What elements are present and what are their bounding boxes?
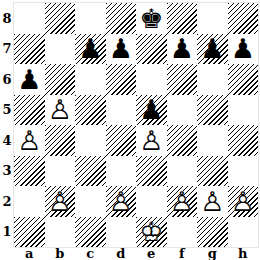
white-piece-outline: ♙ — [106, 186, 137, 217]
white-pawn[interactable]: ♟♙ — [136, 125, 167, 156]
chess-diagram: 87654321 ♚♟♟♟♟♟♟♟♙♟♟♙♟♙♟♙♟♙♟♙♟♙♟♙♚♔ abcd… — [0, 0, 260, 260]
square-c2[interactable] — [75, 186, 106, 217]
black-piece-glyph: ♟ — [136, 95, 167, 126]
square-a7[interactable] — [14, 34, 45, 65]
square-f7[interactable]: ♟ — [167, 34, 198, 65]
square-d3[interactable] — [106, 156, 137, 187]
black-piece-glyph: ♚ — [136, 3, 167, 34]
rank-labels: 87654321 — [0, 3, 14, 247]
square-e6[interactable] — [136, 64, 167, 95]
black-pawn[interactable]: ♟ — [197, 34, 228, 65]
square-b5[interactable]: ♟♙ — [45, 95, 76, 126]
square-c6[interactable] — [75, 64, 106, 95]
black-piece-glyph: ♟ — [106, 34, 137, 65]
chess-board: ♚♟♟♟♟♟♟♟♙♟♟♙♟♙♟♙♟♙♟♙♟♙♟♙♚♔ — [14, 3, 258, 247]
white-piece-outline: ♙ — [45, 186, 76, 217]
rank-label-8: 8 — [0, 3, 14, 34]
rank-label-5: 5 — [0, 95, 14, 126]
square-c7[interactable]: ♟ — [75, 34, 106, 65]
square-c5[interactable] — [75, 95, 106, 126]
square-f3[interactable] — [167, 156, 198, 187]
black-piece-glyph: ♟ — [197, 34, 228, 65]
file-label-h: h — [228, 246, 259, 260]
black-piece-glyph: ♟ — [14, 64, 45, 95]
white-piece-outline: ♙ — [167, 186, 198, 217]
rank-label-4: 4 — [0, 125, 14, 156]
white-pawn[interactable]: ♟♙ — [106, 186, 137, 217]
square-c4[interactable] — [75, 125, 106, 156]
black-pawn[interactable]: ♟ — [106, 34, 137, 65]
white-pawn[interactable]: ♟♙ — [167, 186, 198, 217]
square-g1[interactable] — [197, 217, 228, 248]
square-h3[interactable] — [228, 156, 259, 187]
square-e3[interactable] — [136, 156, 167, 187]
square-b4[interactable] — [45, 125, 76, 156]
square-h7[interactable]: ♟ — [228, 34, 259, 65]
square-b1[interactable] — [45, 217, 76, 248]
square-c3[interactable] — [75, 156, 106, 187]
black-pawn[interactable]: ♟ — [136, 95, 167, 126]
square-g3[interactable] — [197, 156, 228, 187]
white-pawn[interactable]: ♟♙ — [228, 186, 259, 217]
square-d5[interactable] — [106, 95, 137, 126]
square-d7[interactable]: ♟ — [106, 34, 137, 65]
white-piece-outline: ♙ — [14, 125, 45, 156]
rank-label-7: 7 — [0, 34, 14, 65]
square-g4[interactable] — [197, 125, 228, 156]
square-h5[interactable] — [228, 95, 259, 126]
square-f5[interactable] — [167, 95, 198, 126]
black-piece-glyph: ♟ — [167, 34, 198, 65]
black-piece-glyph: ♟ — [228, 34, 259, 65]
square-e1[interactable]: ♚♔ — [136, 217, 167, 248]
square-f6[interactable] — [167, 64, 198, 95]
white-piece-outline: ♙ — [136, 125, 167, 156]
rank-label-1: 1 — [0, 217, 14, 248]
square-e8[interactable]: ♚ — [136, 3, 167, 34]
rank-label-3: 3 — [0, 156, 14, 187]
file-label-a: a — [14, 246, 45, 260]
square-a6[interactable]: ♟ — [14, 64, 45, 95]
white-pawn[interactable]: ♟♙ — [45, 95, 76, 126]
square-g8[interactable] — [197, 3, 228, 34]
file-label-d: d — [106, 246, 137, 260]
square-d1[interactable] — [106, 217, 137, 248]
file-label-c: c — [75, 246, 106, 260]
square-c1[interactable] — [75, 217, 106, 248]
square-h1[interactable] — [228, 217, 259, 248]
black-pawn[interactable]: ♟ — [167, 34, 198, 65]
square-d2[interactable]: ♟♙ — [106, 186, 137, 217]
square-h2[interactable]: ♟♙ — [228, 186, 259, 217]
file-label-g: g — [197, 246, 228, 260]
square-e7[interactable] — [136, 34, 167, 65]
square-f8[interactable] — [167, 3, 198, 34]
white-piece-outline: ♔ — [136, 217, 167, 248]
file-labels: abcdefgh — [14, 246, 258, 260]
square-a3[interactable] — [14, 156, 45, 187]
square-c8[interactable] — [75, 3, 106, 34]
white-pawn[interactable]: ♟♙ — [45, 186, 76, 217]
black-pawn[interactable]: ♟ — [75, 34, 106, 65]
rank-label-6: 6 — [0, 64, 14, 95]
square-e5[interactable]: ♟ — [136, 95, 167, 126]
white-pawn[interactable]: ♟♙ — [197, 186, 228, 217]
square-g6[interactable] — [197, 64, 228, 95]
square-b3[interactable] — [45, 156, 76, 187]
square-g5[interactable] — [197, 95, 228, 126]
square-h6[interactable] — [228, 64, 259, 95]
square-g7[interactable]: ♟ — [197, 34, 228, 65]
rank-label-2: 2 — [0, 186, 14, 217]
square-b2[interactable]: ♟♙ — [45, 186, 76, 217]
white-king[interactable]: ♚♔ — [136, 217, 167, 248]
square-f2[interactable]: ♟♙ — [167, 186, 198, 217]
black-king[interactable]: ♚ — [136, 3, 167, 34]
square-h4[interactable] — [228, 125, 259, 156]
square-d4[interactable] — [106, 125, 137, 156]
black-pawn[interactable]: ♟ — [228, 34, 259, 65]
white-piece-outline: ♙ — [197, 186, 228, 217]
square-d8[interactable] — [106, 3, 137, 34]
square-h8[interactable] — [228, 3, 259, 34]
file-label-e: e — [136, 246, 167, 260]
black-pawn[interactable]: ♟ — [14, 64, 45, 95]
square-b6[interactable] — [45, 64, 76, 95]
square-a5[interactable] — [14, 95, 45, 126]
square-f4[interactable] — [167, 125, 198, 156]
square-a4[interactable]: ♟♙ — [14, 125, 45, 156]
black-piece-glyph: ♟ — [75, 34, 106, 65]
file-label-b: b — [45, 246, 76, 260]
square-a1[interactable] — [14, 217, 45, 248]
square-e4[interactable]: ♟♙ — [136, 125, 167, 156]
square-d6[interactable] — [106, 64, 137, 95]
file-label-f: f — [167, 246, 198, 260]
square-a8[interactable] — [14, 3, 45, 34]
white-piece-outline: ♙ — [228, 186, 259, 217]
white-pawn[interactable]: ♟♙ — [14, 125, 45, 156]
square-a2[interactable] — [14, 186, 45, 217]
square-f1[interactable] — [167, 217, 198, 248]
square-g2[interactable]: ♟♙ — [197, 186, 228, 217]
square-b8[interactable] — [45, 3, 76, 34]
square-e2[interactable] — [136, 186, 167, 217]
square-b7[interactable] — [45, 34, 76, 65]
white-piece-outline: ♙ — [45, 95, 76, 126]
